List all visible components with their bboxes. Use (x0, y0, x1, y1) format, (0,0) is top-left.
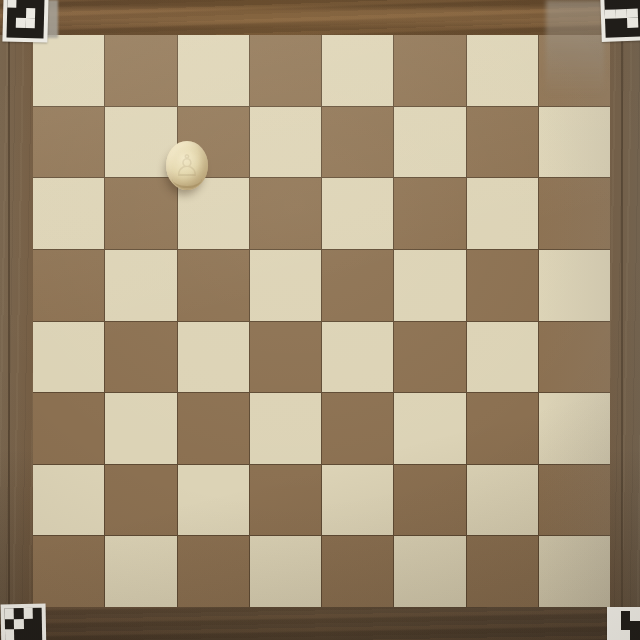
square-e7[interactable] (322, 107, 393, 178)
square-g5[interactable] (467, 250, 538, 321)
square-e4[interactable] (322, 322, 393, 393)
fiducial-marker-top-right-icon (600, 0, 640, 42)
square-g2[interactable] (467, 465, 538, 536)
square-c2[interactable] (178, 465, 249, 536)
square-a1[interactable] (33, 536, 104, 607)
square-g1[interactable] (467, 536, 538, 607)
square-a2[interactable] (33, 465, 104, 536)
white-pawn-glyph: ♙ (166, 141, 208, 190)
square-h5[interactable] (539, 250, 610, 321)
square-d7[interactable] (250, 107, 321, 178)
wood-seam-left (8, 0, 10, 640)
square-b3[interactable] (105, 393, 176, 464)
square-d8[interactable] (250, 35, 321, 106)
square-g6[interactable] (467, 178, 538, 249)
square-g4[interactable] (467, 322, 538, 393)
square-b2[interactable] (105, 465, 176, 536)
square-d3[interactable] (250, 393, 321, 464)
fiducial-marker-bottom-left-icon (1, 604, 47, 640)
square-g7[interactable] (467, 107, 538, 178)
square-g3[interactable] (467, 393, 538, 464)
square-f8[interactable] (394, 35, 465, 106)
square-c8[interactable] (178, 35, 249, 106)
square-a5[interactable] (33, 250, 104, 321)
fiducial-marker-top-left-icon (2, 0, 48, 43)
square-d5[interactable] (250, 250, 321, 321)
wood-seam-right (621, 28, 623, 640)
square-c3[interactable] (178, 393, 249, 464)
square-b5[interactable] (105, 250, 176, 321)
reflection-patch-top-right (546, 0, 604, 96)
square-e3[interactable] (322, 393, 393, 464)
square-h4[interactable] (539, 322, 610, 393)
board-bottom-border (0, 607, 640, 640)
square-e6[interactable] (322, 178, 393, 249)
square-b8[interactable] (105, 35, 176, 106)
square-h1[interactable] (539, 536, 610, 607)
square-a3[interactable] (33, 393, 104, 464)
square-d2[interactable] (250, 465, 321, 536)
square-c5[interactable] (178, 250, 249, 321)
square-e5[interactable] (322, 250, 393, 321)
chessboard-photo: ♙ (0, 0, 640, 640)
board-top-border (0, 0, 640, 35)
square-e2[interactable] (322, 465, 393, 536)
square-f6[interactable] (394, 178, 465, 249)
white-pawn[interactable]: ♙ (166, 141, 208, 190)
square-h7[interactable] (539, 107, 610, 178)
fiducial-marker-bottom-right-icon (607, 607, 640, 640)
square-c1[interactable] (178, 536, 249, 607)
square-a4[interactable] (33, 322, 104, 393)
square-a7[interactable] (33, 107, 104, 178)
square-f3[interactable] (394, 393, 465, 464)
square-c4[interactable] (178, 322, 249, 393)
square-d6[interactable] (250, 178, 321, 249)
square-h6[interactable] (539, 178, 610, 249)
square-f1[interactable] (394, 536, 465, 607)
square-h2[interactable] (539, 465, 610, 536)
square-e8[interactable] (322, 35, 393, 106)
square-d1[interactable] (250, 536, 321, 607)
chess-board[interactable] (33, 35, 610, 607)
square-b4[interactable] (105, 322, 176, 393)
square-a6[interactable] (33, 178, 104, 249)
square-b1[interactable] (105, 536, 176, 607)
square-f7[interactable] (394, 107, 465, 178)
square-e1[interactable] (322, 536, 393, 607)
square-a8[interactable] (33, 35, 104, 106)
square-f4[interactable] (394, 322, 465, 393)
square-f5[interactable] (394, 250, 465, 321)
square-f2[interactable] (394, 465, 465, 536)
square-d4[interactable] (250, 322, 321, 393)
square-g8[interactable] (467, 35, 538, 106)
square-h3[interactable] (539, 393, 610, 464)
